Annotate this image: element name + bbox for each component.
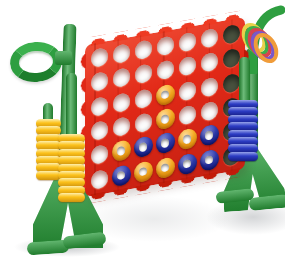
empty-hole [113, 92, 130, 113]
empty-hole [179, 105, 196, 126]
yellow-disc [156, 107, 175, 130]
blue-disc [178, 152, 197, 175]
yellow-disc [112, 140, 131, 163]
cell-r6c4 [154, 154, 176, 182]
disc-center-hole [161, 163, 169, 173]
connect-four-board [85, 17, 245, 197]
blue-stack-post [239, 57, 250, 105]
empty-hole [201, 52, 218, 73]
disc-center-hole [183, 159, 191, 169]
empty-hole [201, 28, 218, 49]
yellow-ring [58, 193, 85, 202]
empty-hole [91, 72, 108, 93]
blue-ring [228, 152, 258, 161]
cell-r6c3 [132, 158, 154, 186]
disc-center-hole [205, 131, 213, 141]
disc-center-hole [183, 135, 191, 145]
empty-hole [179, 80, 196, 101]
blue-ring-stack [228, 100, 258, 161]
empty-hole [135, 64, 152, 85]
cell-r6c5 [176, 150, 198, 178]
empty-hole [113, 116, 130, 137]
empty-hole [223, 24, 240, 45]
empty-hole [91, 96, 108, 117]
empty-hole [91, 47, 108, 68]
yellow-disc [156, 156, 175, 179]
empty-hole [179, 56, 196, 77]
cell-r6c2 [110, 161, 132, 189]
yellow-ring-stack-right [58, 134, 85, 202]
disc-center-hole [117, 146, 125, 156]
disc-center-hole [139, 142, 147, 152]
empty-hole [91, 145, 108, 166]
empty-hole [135, 40, 152, 61]
empty-hole [223, 73, 240, 94]
blue-disc [112, 164, 131, 187]
empty-hole [135, 113, 152, 134]
empty-hole [201, 77, 218, 98]
empty-hole [113, 68, 130, 89]
yellow-disc [156, 83, 175, 106]
yellow-disc [134, 160, 153, 183]
empty-hole [91, 169, 108, 190]
empty-hole [91, 120, 108, 141]
disc-center-hole [161, 90, 169, 100]
hoop-bracket [55, 51, 72, 65]
yellow-stack-post-right [66, 73, 77, 139]
board-grid [88, 20, 242, 193]
disc-center-hole [161, 114, 169, 124]
yellow-disc [178, 128, 197, 151]
disc-center-hole [161, 139, 169, 149]
blue-disc [134, 136, 153, 159]
product-photo-connect-four [0, 0, 285, 259]
empty-hole [157, 36, 174, 57]
empty-hole [179, 32, 196, 53]
disc-center-hole [139, 167, 147, 177]
disc-center-hole [205, 155, 213, 165]
blue-disc [200, 124, 219, 147]
empty-hole [113, 43, 130, 64]
empty-hole [157, 60, 174, 81]
empty-hole [135, 88, 152, 109]
blue-disc [200, 148, 219, 171]
disc-center-hole [117, 171, 125, 181]
cell-r6c6 [198, 146, 220, 174]
cell-r6c1 [88, 165, 110, 193]
blue-disc [156, 132, 175, 155]
empty-hole [201, 101, 218, 122]
empty-hole [223, 48, 240, 69]
